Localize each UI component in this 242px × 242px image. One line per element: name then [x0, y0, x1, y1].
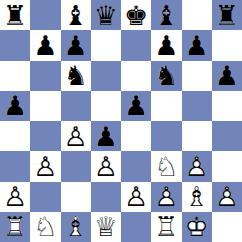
white-rook-piece[interactable]: ♜♖: [151, 212, 181, 242]
white-knight-piece[interactable]: ♞♘: [151, 151, 181, 181]
black-bishop-piece[interactable]: ♗♝: [151, 0, 181, 30]
white-pawn-piece[interactable]: ♟♙: [30, 151, 60, 181]
square-g5[interactable]: [182, 91, 212, 121]
black-pawn-piece[interactable]: ♙♟: [61, 30, 91, 60]
black-pawn-piece[interactable]: ♙♟: [151, 30, 181, 60]
square-g1[interactable]: ♚♔: [182, 212, 212, 242]
piece-outline-layer: ♚: [121, 0, 151, 30]
black-king-piece[interactable]: ♔♚: [121, 0, 151, 30]
white-pawn-piece[interactable]: ♟♙: [91, 151, 121, 181]
square-e2[interactable]: ♟♙: [121, 182, 151, 212]
piece-outline-layer: ♟: [151, 30, 181, 60]
square-h8[interactable]: ♖♜: [212, 0, 242, 30]
piece-outline-layer: ♙: [61, 121, 91, 151]
black-rook-piece[interactable]: ♖♜: [212, 0, 242, 30]
piece-outline-layer: ♙: [30, 151, 60, 181]
square-h2[interactable]: ♟♙: [212, 182, 242, 212]
piece-outline-layer: ♙: [182, 151, 212, 181]
square-h4[interactable]: [212, 121, 242, 151]
square-e7[interactable]: [121, 30, 151, 60]
white-pawn-piece[interactable]: ♟♙: [0, 182, 30, 212]
black-knight-piece[interactable]: ♘♞: [61, 61, 91, 91]
square-g8[interactable]: [182, 0, 212, 30]
square-d2[interactable]: [91, 182, 121, 212]
piece-outline-layer: ♕: [91, 212, 121, 242]
piece-outline-layer: ♘: [30, 212, 60, 242]
white-pawn-piece[interactable]: ♟♙: [61, 121, 91, 151]
square-a1[interactable]: ♜♖: [0, 212, 30, 242]
white-pawn-piece[interactable]: ♟♙: [121, 182, 151, 212]
piece-outline-layer: ♘: [151, 151, 181, 181]
square-b7[interactable]: ♙♟: [30, 30, 60, 60]
piece-outline-layer: ♞: [151, 61, 181, 91]
square-h6[interactable]: ♙♟: [212, 61, 242, 91]
piece-outline-layer: ♙: [151, 182, 181, 212]
square-g2[interactable]: ♝♗: [182, 182, 212, 212]
square-e1[interactable]: [121, 212, 151, 242]
piece-outline-layer: ♗: [182, 182, 212, 212]
white-pawn-piece[interactable]: ♟♙: [182, 151, 212, 181]
piece-outline-layer: ♞: [61, 61, 91, 91]
square-f5[interactable]: [151, 91, 181, 121]
piece-outline-layer: ♗: [61, 212, 91, 242]
square-d1[interactable]: ♛♕: [91, 212, 121, 242]
piece-outline-layer: ♟: [182, 30, 212, 60]
piece-outline-layer: ♖: [0, 212, 30, 242]
square-h5[interactable]: [212, 91, 242, 121]
square-e5[interactable]: ♙♟: [121, 91, 151, 121]
square-a5[interactable]: ♙♟: [0, 91, 30, 121]
square-a6[interactable]: [0, 61, 30, 91]
black-pawn-piece[interactable]: ♙♟: [30, 30, 60, 60]
square-e4[interactable]: [121, 121, 151, 151]
square-f2[interactable]: ♟♙: [151, 182, 181, 212]
square-a8[interactable]: ♖♜: [0, 0, 30, 30]
square-b5[interactable]: [30, 91, 60, 121]
square-d6[interactable]: [91, 61, 121, 91]
piece-outline-layer: ♟: [212, 61, 242, 91]
black-rook-piece[interactable]: ♖♜: [0, 0, 30, 30]
piece-outline-layer: ♟: [91, 121, 121, 151]
square-f1[interactable]: ♜♖: [151, 212, 181, 242]
piece-outline-layer: ♟: [0, 91, 30, 121]
square-a4[interactable]: [0, 121, 30, 151]
square-a7[interactable]: [0, 30, 30, 60]
square-c8[interactable]: ♗♝: [61, 0, 91, 30]
square-d8[interactable]: ♕♛: [91, 0, 121, 30]
white-queen-piece[interactable]: ♛♕: [91, 212, 121, 242]
square-c6[interactable]: ♘♞: [61, 61, 91, 91]
white-king-piece[interactable]: ♚♔: [182, 212, 212, 242]
piece-outline-layer: ♝: [61, 0, 91, 30]
black-pawn-piece[interactable]: ♙♟: [121, 91, 151, 121]
square-b4[interactable]: [30, 121, 60, 151]
square-d4[interactable]: ♙♟: [91, 121, 121, 151]
chess-board: ♖♜♗♝♕♛♔♚♗♝♖♜♙♟♙♟♙♟♙♟♘♞♘♞♙♟♙♟♙♟♟♙♙♟♟♙♟♙♞♘…: [0, 0, 242, 242]
black-pawn-piece[interactable]: ♙♟: [0, 91, 30, 121]
square-d7[interactable]: [91, 30, 121, 60]
piece-outline-layer: ♙: [121, 182, 151, 212]
piece-outline-layer: ♙: [212, 182, 242, 212]
piece-outline-layer: ♟: [30, 30, 60, 60]
square-f4[interactable]: [151, 121, 181, 151]
square-e8[interactable]: ♔♚: [121, 0, 151, 30]
square-b6[interactable]: [30, 61, 60, 91]
square-e6[interactable]: [121, 61, 151, 91]
square-h3[interactable]: [212, 151, 242, 181]
white-bishop-piece[interactable]: ♝♗: [182, 182, 212, 212]
square-h7[interactable]: [212, 30, 242, 60]
square-c5[interactable]: [61, 91, 91, 121]
white-bishop-piece[interactable]: ♝♗: [61, 212, 91, 242]
square-g6[interactable]: [182, 61, 212, 91]
square-c4[interactable]: ♟♙: [61, 121, 91, 151]
black-pawn-piece[interactable]: ♙♟: [212, 61, 242, 91]
square-g3[interactable]: ♟♙: [182, 151, 212, 181]
white-rook-piece[interactable]: ♜♖: [0, 212, 30, 242]
square-f8[interactable]: ♗♝: [151, 0, 181, 30]
square-a2[interactable]: ♟♙: [0, 182, 30, 212]
square-h1[interactable]: [212, 212, 242, 242]
piece-outline-layer: ♟: [121, 91, 151, 121]
piece-outline-layer: ♛: [91, 0, 121, 30]
white-pawn-piece[interactable]: ♟♙: [151, 182, 181, 212]
piece-outline-layer: ♜: [0, 0, 30, 30]
piece-outline-layer: ♙: [91, 151, 121, 181]
black-pawn-piece[interactable]: ♙♟: [182, 30, 212, 60]
square-f7[interactable]: ♙♟: [151, 30, 181, 60]
square-b2[interactable]: [30, 182, 60, 212]
piece-outline-layer: ♜: [212, 0, 242, 30]
piece-outline-layer: ♟: [61, 30, 91, 60]
square-c3[interactable]: [61, 151, 91, 181]
square-b1[interactable]: ♞♘: [30, 212, 60, 242]
white-pawn-piece[interactable]: ♟♙: [212, 182, 242, 212]
piece-outline-layer: ♔: [182, 212, 212, 242]
square-g7[interactable]: ♙♟: [182, 30, 212, 60]
square-c2[interactable]: [61, 182, 91, 212]
square-g4[interactable]: [182, 121, 212, 151]
square-f6[interactable]: ♘♞: [151, 61, 181, 91]
square-b8[interactable]: [30, 0, 60, 30]
black-bishop-piece[interactable]: ♗♝: [61, 0, 91, 30]
square-c7[interactable]: ♙♟: [61, 30, 91, 60]
white-knight-piece[interactable]: ♞♘: [30, 212, 60, 242]
piece-outline-layer: ♙: [0, 182, 30, 212]
square-d5[interactable]: [91, 91, 121, 121]
black-knight-piece[interactable]: ♘♞: [151, 61, 181, 91]
square-a3[interactable]: [0, 151, 30, 181]
square-c1[interactable]: ♝♗: [61, 212, 91, 242]
square-f3[interactable]: ♞♘: [151, 151, 181, 181]
black-queen-piece[interactable]: ♕♛: [91, 0, 121, 30]
square-b3[interactable]: ♟♙: [30, 151, 60, 181]
black-pawn-piece[interactable]: ♙♟: [91, 121, 121, 151]
square-e3[interactable]: [121, 151, 151, 181]
piece-outline-layer: ♖: [151, 212, 181, 242]
piece-outline-layer: ♝: [151, 0, 181, 30]
square-d3[interactable]: ♟♙: [91, 151, 121, 181]
